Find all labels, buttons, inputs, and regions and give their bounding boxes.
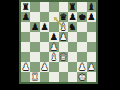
- piece-black-rook-f8[interactable]: ♜: [68, 2, 77, 12]
- piece-black-queen-e7[interactable]: ♛: [59, 12, 68, 22]
- square-h7[interactable]: ♟: [87, 12, 96, 22]
- square-a3[interactable]: [21, 52, 30, 62]
- square-a7[interactable]: ♟: [21, 12, 30, 22]
- piece-black-pawn-h7[interactable]: ♟: [87, 12, 96, 22]
- square-e6[interactable]: ♝: [59, 22, 68, 32]
- square-f8[interactable]: ♜: [68, 2, 77, 12]
- square-e7[interactable]: ♛: [59, 12, 68, 22]
- piece-white-king-g1[interactable]: ♚: [77, 72, 86, 82]
- square-c3[interactable]: [40, 52, 49, 62]
- square-b3[interactable]: [30, 52, 39, 62]
- square-g4[interactable]: [77, 42, 86, 52]
- square-g8[interactable]: [77, 2, 86, 12]
- square-a8[interactable]: ♜: [21, 2, 30, 12]
- square-b6[interactable]: ♟: [30, 22, 39, 32]
- square-d4[interactable]: ♟: [49, 42, 58, 52]
- square-e5[interactable]: ♟: [59, 32, 68, 42]
- piece-white-pawn-e5[interactable]: ♟: [59, 32, 68, 42]
- square-g7[interactable]: ♚: [77, 12, 86, 22]
- chess-board-frame: ♜♜♝♟♛♟♚♟♟♟♝♞♟♟♟♝♛♟♟♟♟♜♚: [19, 0, 98, 84]
- square-g6[interactable]: [77, 22, 86, 32]
- square-c5[interactable]: [40, 32, 49, 42]
- square-a4[interactable]: [21, 42, 30, 52]
- square-d3[interactable]: ♝: [49, 52, 58, 62]
- piece-black-pawn-c6[interactable]: ♟: [40, 22, 49, 32]
- square-c4[interactable]: [40, 42, 49, 52]
- piece-black-king-g7[interactable]: ♚: [77, 12, 86, 22]
- square-c8[interactable]: [40, 2, 49, 12]
- square-h8[interactable]: ♝: [87, 2, 96, 12]
- square-a5[interactable]: [21, 32, 30, 42]
- square-b8[interactable]: [30, 2, 39, 12]
- square-f2[interactable]: [68, 62, 77, 72]
- square-a6[interactable]: [21, 22, 30, 32]
- square-e4[interactable]: [59, 42, 68, 52]
- square-d1[interactable]: [49, 72, 58, 82]
- square-b7[interactable]: [30, 12, 39, 22]
- square-c6[interactable]: ♟: [40, 22, 49, 32]
- piece-white-rook-b1[interactable]: ♜: [30, 72, 39, 82]
- square-a2[interactable]: ♟: [21, 62, 30, 72]
- square-b4[interactable]: [30, 42, 39, 52]
- square-a1[interactable]: [21, 72, 30, 82]
- square-e3[interactable]: ♛: [59, 52, 68, 62]
- square-d6[interactable]: [49, 22, 58, 32]
- square-f5[interactable]: [68, 32, 77, 42]
- square-d8[interactable]: [49, 2, 58, 12]
- piece-black-pawn-b6[interactable]: ♟: [30, 22, 39, 32]
- piece-black-pawn-a7[interactable]: ♟: [21, 12, 30, 22]
- square-h3[interactable]: [87, 52, 96, 62]
- square-d2[interactable]: [49, 62, 58, 72]
- piece-black-pawn-d5[interactable]: ♟: [49, 32, 58, 42]
- piece-white-pawn-a2[interactable]: ♟: [21, 62, 30, 72]
- piece-white-bishop-e6[interactable]: ♝: [59, 22, 68, 32]
- square-f4[interactable]: [68, 42, 77, 52]
- square-f6[interactable]: ♞: [68, 22, 77, 32]
- square-h2[interactable]: ♟: [87, 62, 96, 72]
- piece-white-queen-e3[interactable]: ♛: [59, 52, 68, 62]
- square-h5[interactable]: [87, 32, 96, 42]
- square-f3[interactable]: [68, 52, 77, 62]
- square-d5[interactable]: ♟: [49, 32, 58, 42]
- square-b5[interactable]: [30, 32, 39, 42]
- square-d7[interactable]: [49, 12, 58, 22]
- square-e2[interactable]: [59, 62, 68, 72]
- square-e1[interactable]: [59, 72, 68, 82]
- chess-board[interactable]: ♜♜♝♟♛♟♚♟♟♟♝♞♟♟♟♝♛♟♟♟♟♜♚: [21, 2, 96, 82]
- square-g5[interactable]: [77, 32, 86, 42]
- piece-black-rook-a8[interactable]: ♜: [21, 2, 30, 12]
- piece-black-knight-f6[interactable]: ♞: [68, 22, 77, 32]
- square-g3[interactable]: [77, 52, 86, 62]
- square-b2[interactable]: [30, 62, 39, 72]
- piece-white-pawn-h2[interactable]: ♟: [87, 62, 96, 72]
- square-f7[interactable]: ♟: [68, 12, 77, 22]
- square-b1[interactable]: ♜: [30, 72, 39, 82]
- square-c1[interactable]: [40, 72, 49, 82]
- square-h6[interactable]: [87, 22, 96, 32]
- square-c2[interactable]: ♟: [40, 62, 49, 72]
- square-h4[interactable]: [87, 42, 96, 52]
- piece-white-pawn-d4[interactable]: ♟: [49, 42, 58, 52]
- piece-white-bishop-d3[interactable]: ♝: [49, 52, 58, 62]
- piece-black-bishop-h8[interactable]: ♝: [87, 2, 96, 12]
- piece-white-pawn-g2[interactable]: ♟: [77, 62, 86, 72]
- piece-black-pawn-f7[interactable]: ♟: [68, 12, 77, 22]
- square-f1[interactable]: [68, 72, 77, 82]
- screenshot-background: ♜♜♝♟♛♟♚♟♟♟♝♞♟♟♟♝♛♟♟♟♟♜♚: [0, 0, 120, 90]
- piece-white-pawn-c2[interactable]: ♟: [40, 62, 49, 72]
- square-h1[interactable]: [87, 72, 96, 82]
- square-g1[interactable]: ♚: [77, 72, 86, 82]
- square-c7[interactable]: [40, 12, 49, 22]
- square-g2[interactable]: ♟: [77, 62, 86, 72]
- square-e8[interactable]: [59, 2, 68, 12]
